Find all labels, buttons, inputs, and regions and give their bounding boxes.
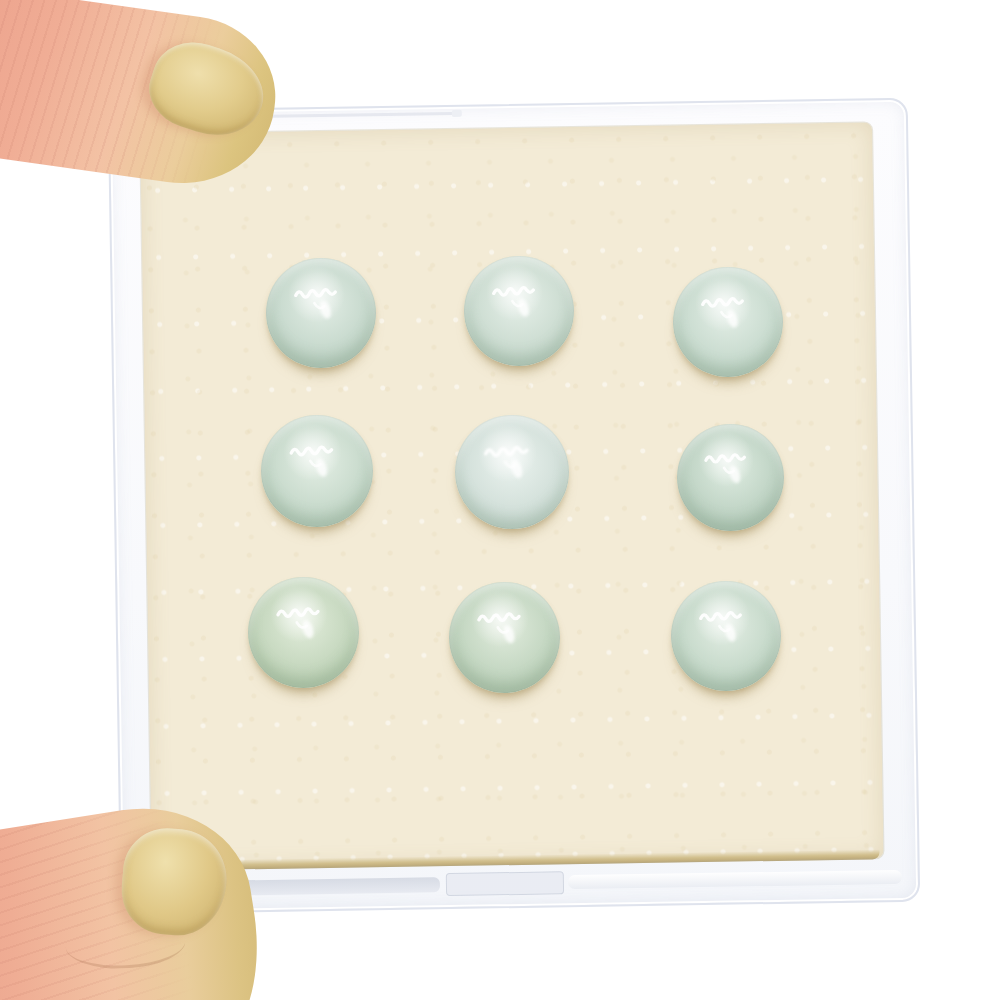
cabochon-r1c1 [266,258,376,368]
box-lid-step-notch [452,110,462,117]
stone-gleam [248,577,359,688]
stone-gleam [464,256,574,366]
stone-gleam [677,424,784,531]
cabochon-r1c3 [673,267,783,377]
stone-gleam [673,267,783,377]
cabochon-r3c2 [449,582,560,693]
cabochon-r2c3 [677,424,784,531]
cabochon-r2c1 [261,415,373,527]
cabochon-r2c2 [455,415,569,529]
photo-scene [0,0,1000,1000]
stone-gleam [455,415,569,529]
foam-bottom-edge [156,849,880,870]
box-bottom-lip-highlight [568,870,902,889]
stone-gleam [261,415,373,527]
stone-gleam [449,582,560,693]
cabochon-r1c2 [464,256,574,366]
cabochon-r3c3 [671,581,781,691]
thumb-crease-line [64,916,186,971]
stone-gleam [266,258,376,368]
stone-gleam [671,581,781,691]
cabochon-r3c1 [248,577,359,688]
box-bottom-latch-notch [446,871,564,896]
index-fingernail [140,31,275,148]
